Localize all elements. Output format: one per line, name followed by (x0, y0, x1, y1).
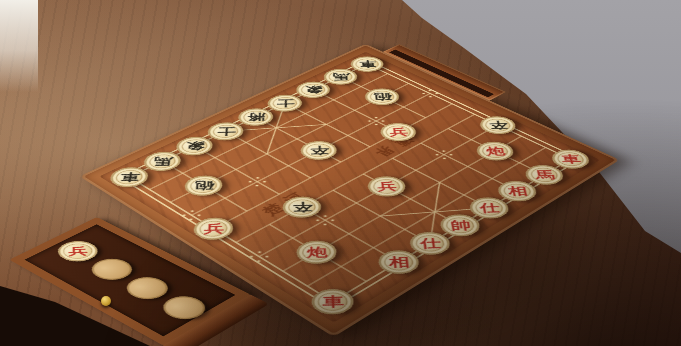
piece-character: 兵 (203, 223, 224, 235)
piece-character: 相 (388, 256, 410, 269)
piece-character: 車 (358, 60, 376, 68)
piece-character: 象 (304, 85, 322, 94)
piece-character: 馬 (332, 72, 350, 80)
piece-character: 象 (185, 141, 205, 151)
spare-piece-face-down[interactable] (155, 292, 213, 324)
piece-character: 車 (322, 295, 344, 309)
drawer-brass-knob[interactable] (101, 296, 111, 306)
piece-character: 仕 (419, 237, 441, 249)
spare-piece-face-down[interactable] (119, 273, 176, 304)
piece-character: 士 (276, 99, 294, 108)
scene: 兵 楚河 漢界 車馬象士將士象馬車砲砲卒兵兵卒兵卒炮炮車相仕帥仕相馬車 (0, 0, 681, 346)
piece-character: 卒 (292, 201, 312, 212)
piece-character: 車 (119, 172, 140, 183)
piece-character: 仕 (478, 202, 500, 213)
piece-character: 砲 (373, 92, 391, 101)
piece-character: 士 (216, 126, 235, 136)
piece-character: 兵 (68, 244, 88, 258)
piece-character: 炮 (485, 146, 506, 156)
piece-character: 馬 (533, 170, 555, 181)
piece-character: 車 (560, 154, 582, 164)
piece-character: 炮 (306, 246, 327, 258)
piece-character: 帥 (449, 219, 471, 231)
piece-character: 相 (506, 186, 528, 197)
piece-character: 將 (247, 112, 265, 121)
piece-character: 兵 (389, 127, 408, 137)
piece-character: 馬 (152, 156, 172, 166)
piece-character: 卒 (309, 145, 328, 155)
piece-character: 兵 (376, 181, 396, 192)
piece-character: 卒 (488, 120, 508, 129)
piece-character: 砲 (193, 180, 213, 191)
window-light-sliver (0, 0, 38, 92)
